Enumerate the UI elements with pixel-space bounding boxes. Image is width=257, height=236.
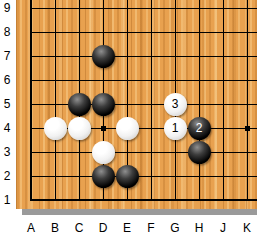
stone-black-D5[interactable] (92, 93, 115, 116)
grid-line-col-A (30, 0, 32, 201)
stone-black-H4[interactable]: 2 (188, 117, 211, 140)
col-label-A: A (23, 221, 39, 235)
stone-black-E2[interactable] (116, 165, 139, 188)
grid-line-col-J (223, 0, 224, 201)
row-label-7: 7 (0, 49, 14, 63)
grid-line-col-F (151, 0, 152, 201)
stone-white-E4[interactable] (116, 117, 139, 140)
row-label-5: 5 (0, 97, 14, 111)
stone-white-D3[interactable] (92, 141, 115, 164)
grid-line-col-H (199, 0, 200, 201)
star-point-K4 (245, 126, 250, 131)
stone-white-B4[interactable] (44, 117, 67, 140)
goban[interactable]: 231 (16, 0, 257, 209)
stone-black-D2[interactable] (92, 165, 115, 188)
row-label-1: 1 (0, 193, 14, 207)
stone-black-H3[interactable] (188, 141, 211, 164)
col-label-B: B (47, 221, 63, 235)
row-label-4: 4 (0, 121, 14, 135)
col-label-H: H (191, 221, 207, 235)
row-label-9: 9 (0, 1, 14, 15)
col-label-J: J (215, 221, 231, 235)
col-label-F: F (143, 221, 159, 235)
go-board-diagram: 231 987654321 ABCDEFGHJK (0, 0, 257, 236)
board-shadow (22, 209, 257, 215)
col-label-E: E (119, 221, 135, 235)
row-label-2: 2 (0, 169, 14, 183)
star-point-D4 (101, 126, 106, 131)
col-label-K: K (239, 221, 255, 235)
col-label-D: D (95, 221, 111, 235)
col-label-G: G (167, 221, 183, 235)
grid-line-col-B (55, 0, 56, 201)
stone-white-C4[interactable] (68, 117, 91, 140)
row-label-6: 6 (0, 73, 14, 87)
row-label-8: 8 (0, 25, 14, 39)
stone-white-G5[interactable]: 3 (164, 93, 187, 116)
row-label-3: 3 (0, 145, 14, 159)
stone-black-C5[interactable] (68, 93, 91, 116)
grid-line-col-K (247, 0, 248, 201)
stone-white-G4[interactable]: 1 (164, 117, 187, 140)
stone-black-D7[interactable] (92, 45, 115, 68)
col-label-C: C (71, 221, 87, 235)
